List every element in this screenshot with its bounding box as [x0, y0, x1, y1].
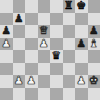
- square-d5[interactable]: ♟: [38, 38, 51, 51]
- square-b4[interactable]: [13, 50, 26, 63]
- black-king-g8[interactable]: ♚: [76, 0, 86, 13]
- square-h6[interactable]: ♟: [88, 25, 101, 38]
- square-h4[interactable]: [88, 50, 101, 63]
- square-a4[interactable]: [0, 50, 13, 63]
- square-c1[interactable]: [25, 88, 38, 101]
- square-b8[interactable]: [13, 0, 26, 13]
- square-g6[interactable]: [75, 25, 88, 38]
- white-pawn-d5[interactable]: ♟: [39, 38, 49, 51]
- square-e2[interactable]: [50, 75, 63, 88]
- square-e8[interactable]: [50, 0, 63, 13]
- square-c4[interactable]: [25, 50, 38, 63]
- white-pawn-a5[interactable]: ♟: [1, 38, 11, 51]
- black-rook-f8[interactable]: ♜: [64, 0, 74, 13]
- square-b7[interactable]: ♟: [13, 13, 26, 26]
- square-b5[interactable]: [13, 38, 26, 51]
- square-h5[interactable]: ♝: [88, 38, 101, 51]
- black-pawn-g5[interactable]: ♟: [76, 38, 86, 51]
- square-a3[interactable]: [0, 63, 13, 76]
- square-f3[interactable]: [63, 63, 76, 76]
- square-e1[interactable]: [50, 88, 63, 101]
- square-g5[interactable]: ♟: [75, 38, 88, 51]
- square-g1[interactable]: [75, 88, 88, 101]
- square-a6[interactable]: ♟: [0, 25, 13, 38]
- square-a5[interactable]: ♟: [0, 38, 13, 51]
- square-b6[interactable]: [13, 25, 26, 38]
- square-e3[interactable]: [50, 63, 63, 76]
- square-f8[interactable]: ♜: [63, 0, 76, 13]
- white-queen-d6[interactable]: ♛: [39, 25, 49, 38]
- square-a1[interactable]: [0, 88, 13, 101]
- square-f5[interactable]: [63, 38, 76, 51]
- square-c6[interactable]: [25, 25, 38, 38]
- square-a8[interactable]: [0, 0, 13, 13]
- square-e7[interactable]: [50, 13, 63, 26]
- square-c5[interactable]: [25, 38, 38, 51]
- square-g8[interactable]: ♚: [75, 0, 88, 13]
- white-pawn-c2[interactable]: ♟: [26, 75, 36, 88]
- chess-board: ♜♚♟♟♛♟♟♟♟♝♛♟♟♟♚: [0, 0, 100, 100]
- black-pawn-h6[interactable]: ♟: [89, 25, 99, 38]
- square-e6[interactable]: [50, 25, 63, 38]
- square-c2[interactable]: ♟: [25, 75, 38, 88]
- square-h1[interactable]: [88, 88, 101, 101]
- square-h2[interactable]: ♚: [88, 75, 101, 88]
- black-pawn-a6[interactable]: ♟: [1, 25, 11, 38]
- square-d8[interactable]: [38, 0, 51, 13]
- square-e4[interactable]: ♛: [50, 50, 63, 63]
- white-bishop-h5[interactable]: ♝: [89, 38, 99, 51]
- square-f2[interactable]: [63, 75, 76, 88]
- square-d1[interactable]: [38, 88, 51, 101]
- square-f4[interactable]: [63, 50, 76, 63]
- square-c7[interactable]: [25, 13, 38, 26]
- square-d3[interactable]: [38, 63, 51, 76]
- black-queen-e4[interactable]: ♛: [51, 50, 61, 63]
- white-pawn-b2[interactable]: ♟: [14, 75, 24, 88]
- black-pawn-b7[interactable]: ♟: [14, 13, 24, 26]
- square-b2[interactable]: ♟: [13, 75, 26, 88]
- square-b1[interactable]: [13, 88, 26, 101]
- square-d2[interactable]: [38, 75, 51, 88]
- square-g7[interactable]: [75, 13, 88, 26]
- square-f7[interactable]: [63, 13, 76, 26]
- square-c8[interactable]: [25, 0, 38, 13]
- square-g2[interactable]: ♟: [75, 75, 88, 88]
- white-king-h2[interactable]: ♚: [89, 75, 99, 88]
- white-pawn-g2[interactable]: ♟: [76, 75, 86, 88]
- square-f6[interactable]: [63, 25, 76, 38]
- square-g4[interactable]: [75, 50, 88, 63]
- square-d4[interactable]: [38, 50, 51, 63]
- square-f1[interactable]: [63, 88, 76, 101]
- square-d6[interactable]: ♛: [38, 25, 51, 38]
- square-h8[interactable]: [88, 0, 101, 13]
- square-a2[interactable]: [0, 75, 13, 88]
